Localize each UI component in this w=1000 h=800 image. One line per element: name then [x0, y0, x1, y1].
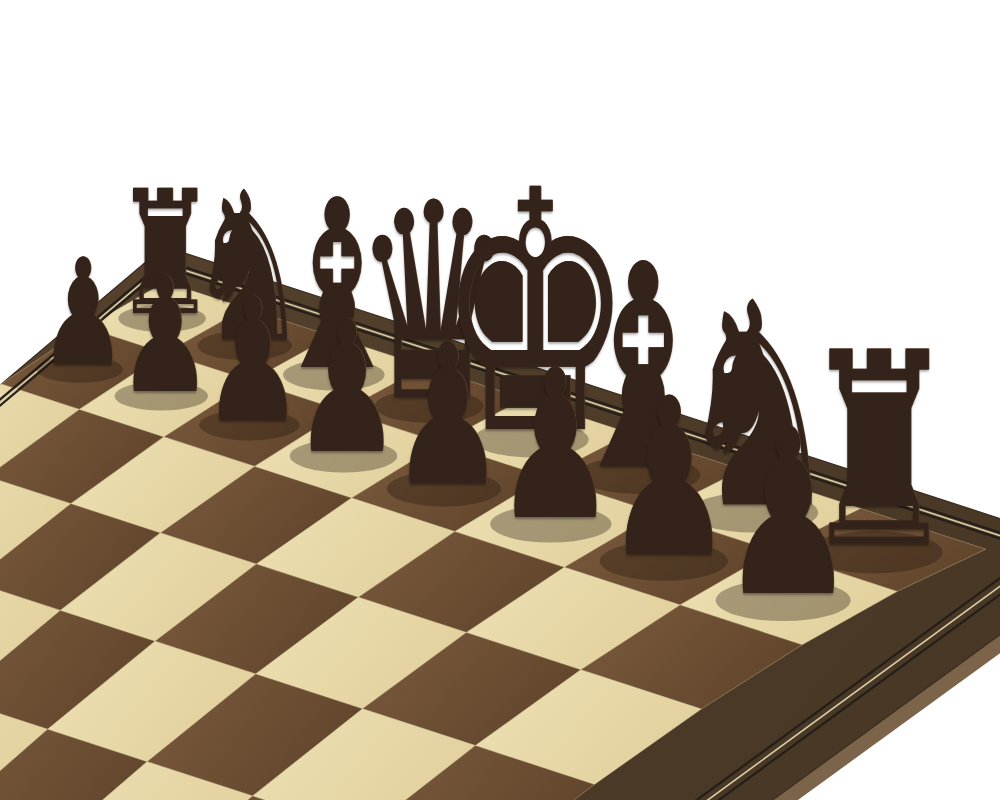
chess-board — [0, 0, 1000, 800]
chess-set-photo: ♜♞♟♝♟♛♟♚♟♝♟♞♟♜♟♟ — [0, 0, 1000, 800]
